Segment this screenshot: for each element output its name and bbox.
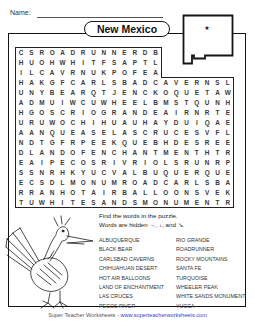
grid-cell: H [57, 167, 67, 177]
grid-cell: A [37, 187, 47, 197]
grid-cell: F [78, 147, 88, 157]
grid-cell: T [192, 147, 202, 157]
grid-cell: U [16, 118, 26, 128]
grid-cell: A [130, 147, 140, 157]
word-list-right: RIO GRANDEROADRUNNERROCKY MOUNTAINSSANTA… [176, 236, 246, 311]
grid-cell: H [16, 108, 26, 118]
word-list-item: ROADRUNNER [176, 245, 246, 254]
grid-cell: V [57, 68, 67, 78]
grid-cell: A [119, 118, 129, 128]
grid-cell: U [192, 157, 202, 167]
grid-cell: A [78, 78, 88, 88]
grid-cell: M [181, 197, 191, 207]
grid-cell: S [109, 78, 119, 88]
grid-cell: S [192, 137, 202, 147]
grid-cell: A [171, 177, 181, 187]
grid-cell: O [68, 147, 78, 157]
grid-cell: E [223, 118, 233, 128]
grid-cell: A [119, 167, 129, 177]
grid-cell: A [88, 187, 98, 197]
grid-cell: Q [202, 167, 212, 177]
grid-cell: T [150, 147, 160, 157]
word-list-item: RIO GRANDE [176, 236, 246, 245]
grid-cell: U [47, 98, 57, 108]
grid-cell: H [68, 58, 78, 68]
grid-cell: U [88, 68, 98, 78]
grid-cell: R [109, 187, 119, 197]
word-list-item: ALBUQUERQUE [99, 236, 173, 245]
grid-cell: R [78, 48, 88, 58]
grid-cell: F [57, 137, 67, 147]
grid-cell: R [119, 177, 129, 187]
grid-cell: A [57, 48, 67, 58]
grid-cell: T [88, 58, 98, 68]
grid-cell: W [57, 58, 67, 68]
grid-cell: E [88, 147, 98, 157]
grid-cell: T [212, 197, 222, 207]
grid-cell: U [99, 177, 109, 187]
grid-cell: L [26, 147, 36, 157]
grid-cell: N [47, 187, 57, 197]
grid-cell: I [99, 187, 109, 197]
grid-cell: K [37, 78, 47, 88]
grid-cell: L [140, 98, 150, 108]
grid-cell: N [47, 147, 57, 157]
instructions: Find the words in the puzzle. Words are … [99, 212, 185, 229]
grid-cell: T [99, 88, 109, 98]
grid-cell: U [181, 88, 191, 98]
puzzle-title: New Mexico [84, 21, 170, 37]
grid-cell: P [47, 157, 57, 167]
grid-cell: I [192, 118, 202, 128]
grid-cell: B [150, 137, 160, 147]
grid-cell: A [130, 78, 140, 88]
grid-cell: D [171, 118, 181, 128]
grid-cell: U [88, 48, 98, 58]
grid-cell: R [68, 108, 78, 118]
grid-cell: E [119, 48, 129, 58]
grid-cell: S [37, 177, 47, 187]
grid-cell: I [140, 157, 150, 167]
word-list-item: YUCCA [176, 302, 246, 311]
grid-cell: R [192, 78, 202, 88]
grid-cell: E [88, 137, 98, 147]
grid-cell: S [171, 98, 181, 108]
grid-cell: N [26, 88, 36, 98]
grid-cell: E [212, 137, 222, 147]
footer-text: Super Teacher Worksheets - [48, 312, 120, 318]
grid-cell: O [37, 108, 47, 118]
grid-cell: U [16, 88, 26, 98]
grid-cell: L [161, 157, 171, 167]
grid-cell: T [212, 108, 222, 118]
roadrunner-crest [54, 216, 70, 226]
grid-cell: V [171, 78, 181, 88]
grid-cell: L [140, 187, 150, 197]
word-list-item: TURQUOISE [176, 274, 246, 283]
grid-cell: H [47, 197, 57, 207]
grid-cell: R [130, 157, 140, 167]
grid-cell: N [130, 88, 140, 98]
grid-cell: A [130, 187, 140, 197]
grid-cell: S [192, 128, 202, 138]
grid-cell: N [88, 177, 98, 187]
grid-cell: O [130, 177, 140, 187]
grid-cell: O [88, 108, 98, 118]
grid-cell: A [161, 108, 171, 118]
grid-cell: E [99, 137, 109, 147]
grid-cell: S [16, 167, 26, 177]
grid-cell: A [16, 98, 26, 108]
grid-cell: B [150, 48, 160, 58]
grid-cell: U [26, 58, 36, 68]
grid-cell: H [47, 58, 57, 68]
word-list-item: CARLSBAD CAVERNS [99, 255, 173, 264]
grid-cell: H [57, 187, 67, 197]
grid-cell: D [140, 48, 150, 58]
grid-cell: B [119, 187, 129, 197]
grid-cell: E [140, 137, 150, 147]
grid-cell: E [68, 128, 78, 138]
grid-cell: C [16, 48, 26, 58]
grid-cell: C [78, 98, 88, 108]
grid-cell: S [109, 58, 119, 68]
grid-cell: E [181, 167, 191, 177]
grid-cell: R [130, 48, 140, 58]
grid-cell: C [68, 118, 78, 128]
grid-cell: N [16, 137, 26, 147]
grid-cell: T [202, 88, 212, 98]
grid-cell: N [99, 147, 109, 157]
grid-cell: V [202, 187, 212, 197]
word-list-left: ALBUQUERQUEBLACK BEARCARLSBAD CAVERNSCHI… [99, 236, 173, 311]
grid-cell: I [57, 98, 67, 108]
grid-cell: D [119, 197, 129, 207]
grid-cell: D [171, 137, 181, 147]
grid-cell: U [171, 197, 181, 207]
grid-cell: R [16, 187, 26, 197]
grid-cell: R [26, 187, 36, 197]
grid-cell: L [109, 128, 119, 138]
grid-cell: C [109, 147, 119, 157]
grid-cell: O [57, 118, 67, 128]
grid-cell: E [78, 197, 88, 207]
word-list-item: PECOS RIVER [99, 302, 173, 311]
grid-cell: Q [47, 128, 57, 138]
grid-cell: C [150, 78, 160, 88]
grid-cell: K [223, 187, 233, 197]
grid-cell: I [37, 157, 47, 167]
grid-cell: N [78, 68, 88, 78]
grid-cell: K [109, 137, 119, 147]
grid-cell: J [109, 88, 119, 98]
word-list-item: WHEELER PEAK [176, 283, 246, 292]
grid-cell: S [88, 197, 98, 207]
grid-cell: E [140, 68, 150, 78]
grid-cell: Q [192, 98, 202, 108]
grid-cell: S [88, 157, 98, 167]
grid-cell: D [57, 147, 67, 157]
grid-cell: L [150, 187, 160, 197]
grid-cell: T [68, 197, 78, 207]
grid-cell: U [171, 167, 181, 177]
grid-cell: A [119, 58, 129, 68]
grid-cell: Q [171, 88, 181, 98]
grid-cell: R [109, 108, 119, 118]
grid-cell: U [88, 167, 98, 177]
grid-cell: T [37, 137, 47, 147]
roadrunner-legs [41, 291, 67, 308]
grid-cell: I [57, 197, 67, 207]
instructions-line2: Words are hidden →, ↓, and ↘. [99, 221, 185, 230]
grid-cell: E [119, 98, 129, 108]
grid-cell: B [47, 88, 57, 98]
grid-cell: S [88, 128, 98, 138]
grid-cell: E [192, 88, 202, 98]
grid-cell: E [181, 137, 191, 147]
grid-cell: A [150, 68, 160, 78]
grid-cell: A [119, 108, 129, 118]
grid-cell: U [109, 118, 119, 128]
grid-cell: P [78, 137, 88, 147]
grid-cell: M [140, 197, 150, 207]
grid-cell: U [88, 98, 98, 108]
grid-cell: K [150, 88, 160, 98]
grid-cell: N [212, 98, 222, 108]
grid-cell: H [161, 137, 171, 147]
grid-cell: U [181, 118, 191, 128]
grid-cell: C [99, 167, 109, 177]
grid-cell: O [68, 187, 78, 197]
grid-cell: I [78, 108, 88, 118]
grid-cell: Q [161, 167, 171, 177]
grid-cell: O [171, 187, 181, 197]
grid-cell: A [47, 68, 57, 78]
grid-cell: P [130, 58, 140, 68]
grid-cell: O [119, 68, 129, 78]
roadrunner-illustration [4, 211, 102, 311]
grid-cell: C [140, 128, 150, 138]
grid-cell: O [78, 157, 88, 167]
grid-cell: C [57, 108, 67, 118]
roadrunner-eye [62, 230, 64, 232]
grid-cell: B [150, 98, 160, 108]
grid-cell: T [181, 98, 191, 108]
grid-cell: S [47, 108, 57, 118]
grid-cell: L [99, 78, 109, 88]
grid-cell: A [212, 118, 222, 128]
grid-cell: W [99, 98, 109, 108]
grid-cell: N [37, 167, 47, 177]
word-list-item: SANTA FE [176, 264, 246, 273]
grid-cell: L [223, 78, 233, 88]
grid-cell: R [202, 108, 212, 118]
grid-cell: U [57, 128, 67, 138]
grid-cell: E [57, 88, 67, 98]
grid-cell: L [130, 167, 140, 177]
grid-cell: N [202, 197, 212, 207]
grid-cell: E [181, 78, 191, 88]
grid-cell: A [119, 128, 129, 138]
grid-cell: I [16, 68, 26, 78]
word-list-item: LAND OF ENCHANTMENT [99, 283, 173, 292]
grid-cell: S [26, 167, 36, 177]
grid-cell: N [202, 78, 212, 88]
grid-cell: S [26, 48, 36, 58]
word-search-grid: CSROADRUNNERDBHUOHWHITFSAPTLILCAVRNUKPOF… [15, 47, 234, 208]
word-list-item: BLACK BEAR [99, 245, 173, 254]
grid-cell: R [88, 78, 98, 88]
grid-cell: E [212, 187, 222, 197]
grid-cell: R [99, 157, 109, 167]
grid-cell: R [192, 167, 202, 177]
grid-cell: D [26, 98, 36, 108]
grid-cell: D [68, 48, 78, 58]
grid-cell: O [161, 88, 171, 98]
grid-cell: U [130, 118, 140, 128]
grid-cell: U [202, 98, 212, 108]
grid-cell: T [16, 197, 26, 207]
grid-cell: A [161, 78, 171, 88]
grid-cell: C [140, 88, 150, 98]
grid-cell: H [78, 118, 88, 128]
grid-cell: N [181, 187, 191, 197]
grid-cell: E [16, 177, 26, 187]
grid-cell: A [140, 177, 150, 187]
grid-cell: E [57, 157, 67, 167]
grid-cell: A [16, 128, 26, 138]
grid-cell: L [57, 177, 67, 187]
grid-cell: O [161, 187, 171, 197]
grid-cell: S [192, 187, 202, 197]
grid-cell: N [161, 197, 171, 207]
grid-cell: A [26, 157, 36, 167]
grid-cell: F [99, 58, 109, 68]
grid-cell: G [99, 108, 109, 118]
grid-cell: A [78, 128, 88, 138]
grid-cell: I [109, 157, 119, 167]
grid-cell: C [68, 157, 78, 167]
grid-cell: N [130, 108, 140, 118]
grid-cell: U [130, 137, 140, 147]
grid-cell: R [37, 48, 47, 58]
grid-cell: N [109, 197, 119, 207]
grid-cell: S [212, 78, 222, 88]
grid-cell: V [119, 157, 129, 167]
grid-cell: R [202, 137, 212, 147]
grid-cell: K [99, 68, 109, 78]
grid-cell: C [68, 78, 78, 88]
grid-cell: E [130, 98, 140, 108]
grid-cell: D [150, 177, 160, 187]
grid-cell: R [68, 68, 78, 78]
grid-cell: R [181, 157, 191, 167]
grid-cell: I [78, 58, 88, 68]
grid-cell: A [150, 118, 160, 128]
footer-url: www.superteacherworksheets.com [120, 312, 206, 318]
grid-cell: M [109, 177, 119, 187]
grid-cell: L [26, 68, 36, 78]
word-list-item: LAS CRUCES [99, 292, 173, 301]
grid-cell: R [181, 108, 191, 118]
grid-cell: L [150, 58, 160, 68]
roadrunner-beak [67, 236, 93, 244]
grid-cell: R [181, 177, 191, 187]
grid-cell: Q [202, 118, 212, 128]
grid-cell: F [212, 128, 222, 138]
grid-cell: B [119, 78, 129, 88]
grid-cell: A [99, 197, 109, 207]
grid-cell: A [26, 128, 36, 138]
grid-cell: D [47, 177, 57, 187]
grid-cell: R [223, 197, 233, 207]
grid-cell: O [47, 48, 57, 58]
grid-cell: F [57, 78, 67, 88]
grid-cell: U [26, 197, 36, 207]
grid-cell: M [161, 98, 171, 108]
grid-cell: C [37, 68, 47, 78]
grid-cell: B [140, 167, 150, 177]
grid-cell: P [223, 157, 233, 167]
grid-cell: M [161, 147, 171, 157]
grid-cell: D [140, 108, 150, 118]
grid-cell: C [161, 177, 171, 187]
grid-cell: P [109, 68, 119, 78]
grid-cell: U [150, 167, 160, 177]
grid-cell: R [26, 118, 36, 128]
grid-cell: W [37, 197, 47, 207]
new-mexico-state-icon: ★ [181, 13, 235, 69]
grid-cell: Y [78, 167, 88, 177]
grid-cell: T [212, 147, 222, 157]
capital-star-icon: ★ [204, 25, 209, 31]
grid-cell: Q [88, 88, 98, 98]
grid-cell: I [88, 118, 98, 128]
grid-cell: L [192, 177, 202, 187]
roadrunner-head [56, 227, 69, 241]
grid-cell: L [223, 128, 233, 138]
grid-cell: H [119, 147, 129, 157]
grid-cell: Y [161, 118, 171, 128]
grid-cell: E [150, 108, 160, 118]
grid-cell: V [202, 128, 212, 138]
grid-cell: K [68, 167, 78, 177]
grid-cell: E [223, 108, 233, 118]
grid-cell: H [99, 118, 109, 128]
grid-cell: U [161, 128, 171, 138]
grid-cell: R [78, 88, 88, 98]
grid-cell: Q [119, 137, 129, 147]
grid-cell: H [109, 98, 119, 108]
word-list-item: ROCKY MOUNTAINS [176, 255, 246, 264]
grid-cell: H [140, 118, 150, 128]
grid-cell: A [223, 177, 233, 187]
grid-cell: A [68, 88, 78, 98]
grid-cell: E [16, 157, 26, 167]
grid-cell: C [26, 177, 36, 187]
grid-cell: N [99, 48, 109, 58]
grid-cell: Y [37, 88, 47, 98]
name-label: Name: [10, 9, 31, 16]
word-list-item: CHIHUAHUAN DESERT [99, 264, 173, 273]
grid-cell: O [150, 157, 160, 167]
grid-cell: G [26, 108, 36, 118]
word-list-item: WHITE SANDS MONUMENT [176, 292, 246, 301]
grid-cell: O [150, 197, 160, 207]
grid-cell: D [16, 147, 26, 157]
word-list-item: HOT AIR BALLOONS [99, 274, 173, 283]
grid-cell: E [223, 167, 233, 177]
